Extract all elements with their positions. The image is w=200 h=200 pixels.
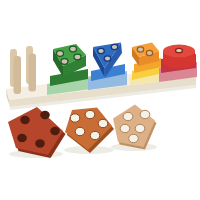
pentagon-orange-hole xyxy=(70,114,80,122)
pentagon-red-hole xyxy=(35,139,45,147)
triangle-peg-hole xyxy=(104,56,111,61)
pentagon-orange-hole xyxy=(75,127,85,135)
square-peg-hole xyxy=(70,46,77,52)
toy-photo xyxy=(0,0,200,200)
pentagon-natural-hole xyxy=(123,112,133,120)
square-peg-hole xyxy=(74,54,81,60)
rectangle-peg-hole xyxy=(146,50,152,55)
pentagon-red-hole xyxy=(50,127,60,135)
pentagon-natural-hole xyxy=(120,124,130,132)
pentagon-orange-hole xyxy=(85,110,95,118)
pentagon-natural-hole xyxy=(129,134,139,142)
circle-peg-hole xyxy=(176,48,183,52)
shape-sorter-scene xyxy=(0,0,200,200)
square-peg-hole xyxy=(61,59,68,65)
square-peg-hole xyxy=(57,51,64,57)
pentagon-orange-hole xyxy=(98,119,108,127)
pentagon-red-hole xyxy=(40,111,50,119)
triangle-peg-hole xyxy=(111,44,118,49)
pentagon-natural-hole xyxy=(140,110,150,118)
circle-stack xyxy=(159,45,197,83)
pentagon-natural-hole xyxy=(135,124,145,132)
triangle-peg-hole xyxy=(98,48,105,53)
pentagon-red-hole xyxy=(17,134,27,142)
peg-front-right xyxy=(29,54,37,92)
pentagon-red-hole xyxy=(20,116,30,124)
pentagon-orange-hole xyxy=(90,131,100,139)
peg-front-left xyxy=(14,56,22,94)
rectangle-peg-hole xyxy=(137,47,143,52)
